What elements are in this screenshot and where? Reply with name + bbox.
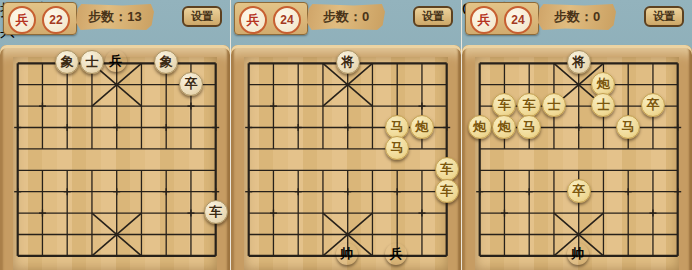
piece-炮[interactable]: 炮 [410,115,434,139]
hero-piece-icon: 兵 [8,6,36,34]
hero-piece-icon: 兵 [470,6,498,34]
piece-帅[interactable]: 帅 [336,243,358,265]
piece-炮[interactable]: 炮 [492,115,516,139]
piece-卒[interactable]: 卒 [641,93,665,117]
piece-炮[interactable]: 炮 [591,72,615,96]
piece-卒[interactable]: 卒 [179,72,203,96]
piece-马[interactable]: 马 [517,115,541,139]
piece-炮[interactable]: 炮 [468,115,492,139]
xiangqi-board[interactable]: 将马炮马车车帅兵 [231,45,461,270]
settings-button[interactable]: 设置 [413,6,453,27]
steps-value: 0 [362,9,369,24]
settings-button[interactable]: 设置 [182,6,222,27]
piece-count-badge: 24 [504,6,532,34]
piece-count-badge: 24 [273,6,301,34]
piece-count-plaque: 兵 22 [3,2,77,35]
piece-帅[interactable]: 帅 [567,243,589,265]
panel-level-24-b: 兵 24 步数：0 设置 将炮车车士士卒炮炮马马卒帅 G 游戏 [462,0,692,270]
panel-level-22: 兵 22 步数：13 设置 象士兵象卒车 挑战成功 兵 ★★★ 本局步数：13 … [0,0,230,270]
piece-count-plaque: 兵 24 [465,2,539,35]
piece-车[interactable]: 车 [435,157,459,181]
piece-兵[interactable]: 兵 [385,243,407,265]
panel-level-24-a: 兵 24 步数：0 设置 将马炮马车车帅兵 [231,0,461,270]
steps-value: 0 [593,9,600,24]
piece-将[interactable]: 将 [567,50,591,74]
hero-piece-icon: 兵 [239,6,267,34]
piece-马[interactable]: 马 [616,115,640,139]
steps-sign: 步数：0 [538,4,616,30]
xiangqi-app-screenshots: { "game": "xiangqi (Chinese chess) soldi… [0,0,692,270]
topbar: 兵 22 步数：13 设置 [0,0,230,40]
steps-label: 步数： [323,9,362,24]
steps-label: 步数： [88,9,127,24]
topbar: 兵 24 步数：0 设置 [462,0,692,40]
steps-label: 步数： [554,9,593,24]
piece-车[interactable]: 车 [435,179,459,203]
board-grid [462,45,692,270]
steps-value: 13 [127,9,141,24]
steps-sign: 步数：0 [307,4,385,30]
board-grid [231,45,461,270]
piece-马[interactable]: 马 [385,115,409,139]
piece-车[interactable]: 车 [204,200,228,224]
piece-卒[interactable]: 卒 [567,179,591,203]
settings-button[interactable]: 设置 [644,6,684,27]
piece-将[interactable]: 将 [336,50,360,74]
xiangqi-board[interactable]: 将炮车车士士卒炮炮马马卒帅 [462,45,692,270]
piece-士[interactable]: 士 [542,93,566,117]
piece-兵[interactable]: 兵 [105,50,127,72]
piece-马[interactable]: 马 [385,136,409,160]
topbar: 兵 24 步数：0 设置 [231,0,461,40]
piece-count-badge: 22 [42,6,70,34]
piece-count-plaque: 兵 24 [234,2,308,35]
xiangqi-board[interactable]: 象士兵象卒车 [0,45,230,270]
steps-sign: 步数：13 [76,4,154,30]
